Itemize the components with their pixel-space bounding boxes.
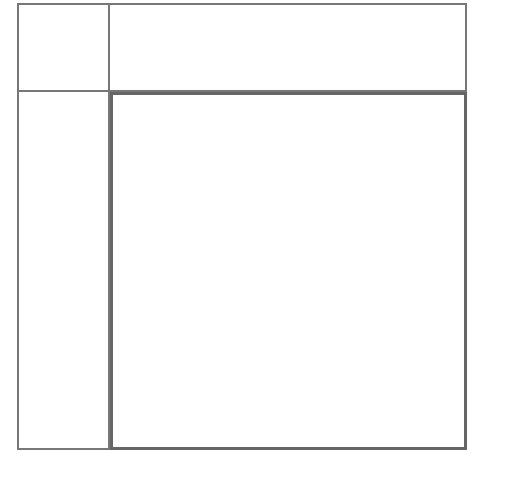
top-clues — [110, 3, 467, 92]
left-clues — [17, 92, 110, 450]
nonogram-puzzle — [17, 3, 467, 450]
puzzle-grid — [110, 92, 467, 450]
nonogram-app — [0, 0, 517, 486]
corner-block — [17, 3, 110, 92]
